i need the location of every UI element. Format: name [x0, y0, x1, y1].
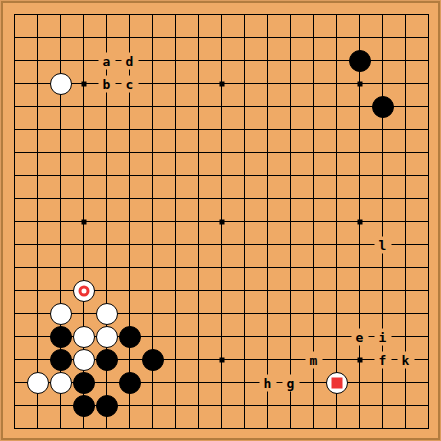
grid-line-vertical	[244, 14, 245, 429]
point-label-f: f	[374, 351, 391, 368]
point-label-g: g	[282, 374, 299, 391]
star-point	[219, 357, 224, 362]
white-stone	[73, 349, 95, 371]
grid-line-vertical	[267, 14, 268, 429]
white-stone	[96, 303, 118, 325]
go-board: adbcleimfkhg	[0, 0, 441, 441]
black-stone	[372, 96, 394, 118]
point-label-i: i	[374, 328, 391, 345]
star-point	[81, 219, 86, 224]
star-point	[219, 219, 224, 224]
star-point	[357, 357, 362, 362]
black-stone	[73, 372, 95, 394]
point-label-k: k	[397, 351, 414, 368]
star-point	[219, 81, 224, 86]
grid-line-horizontal	[14, 244, 429, 245]
grid-line-vertical	[336, 14, 337, 429]
black-stone	[50, 349, 72, 371]
black-stone	[142, 349, 164, 371]
point-label-b: b	[98, 75, 115, 92]
black-stone	[73, 395, 95, 417]
black-stone	[96, 395, 118, 417]
star-point	[357, 81, 362, 86]
star-point	[357, 219, 362, 224]
square-marker	[331, 377, 342, 388]
white-stone	[50, 303, 72, 325]
point-label-m: m	[305, 351, 322, 368]
black-stone	[349, 50, 371, 72]
black-stone	[119, 372, 141, 394]
point-label-e: e	[351, 328, 368, 345]
point-label-l: l	[374, 236, 391, 253]
white-stone	[73, 326, 95, 348]
black-stone	[119, 326, 141, 348]
grid-line-horizontal	[14, 313, 429, 314]
white-stone	[50, 372, 72, 394]
circle-marker	[78, 285, 89, 296]
grid-line-horizontal	[14, 267, 429, 268]
point-label-h: h	[259, 374, 276, 391]
star-point	[81, 81, 86, 86]
point-label-a: a	[98, 52, 115, 69]
black-stone	[50, 326, 72, 348]
white-stone	[27, 372, 49, 394]
point-label-c: c	[121, 75, 138, 92]
white-stone	[96, 326, 118, 348]
grid-line-vertical	[428, 14, 429, 429]
black-stone	[96, 349, 118, 371]
point-label-d: d	[121, 52, 138, 69]
grid-line-vertical	[290, 14, 291, 429]
white-stone	[50, 73, 72, 95]
grid-line-horizontal	[14, 428, 429, 429]
